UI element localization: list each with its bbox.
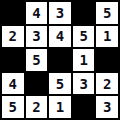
cell-digit: 3 bbox=[79, 77, 87, 91]
cell-digit: 2 bbox=[32, 100, 40, 114]
cell-digit: 5 bbox=[9, 100, 17, 114]
blocked-cell-r3c5 bbox=[96, 49, 118, 71]
grid-cell-r2c2[interactable]: 3 bbox=[26, 26, 48, 48]
grid-cell-r2c5[interactable]: 1 bbox=[96, 26, 118, 48]
cell-digit: 5 bbox=[56, 77, 64, 91]
cell-digit: 3 bbox=[103, 100, 111, 114]
cell-digit: 3 bbox=[56, 6, 64, 20]
grid-cell-r2c1[interactable]: 2 bbox=[2, 26, 24, 48]
cell-digit: 1 bbox=[56, 100, 64, 114]
cell-digit: 5 bbox=[79, 29, 87, 43]
cell-digit: 4 bbox=[32, 6, 40, 20]
grid-cell-r5c1[interactable]: 5 bbox=[2, 96, 24, 118]
grid-cell-r4c1[interactable]: 4 bbox=[2, 73, 24, 95]
cell-digit: 2 bbox=[9, 29, 17, 43]
cell-digit: 1 bbox=[103, 29, 111, 43]
grid-cell-r5c5[interactable]: 3 bbox=[96, 96, 118, 118]
grid-cell-r5c2[interactable]: 2 bbox=[26, 96, 48, 118]
grid-cell-r1c5[interactable]: 5 bbox=[96, 2, 118, 24]
cell-digit: 4 bbox=[56, 29, 64, 43]
grid-cell-r5c3[interactable]: 1 bbox=[49, 96, 71, 118]
grid-cell-r4c5[interactable]: 2 bbox=[96, 73, 118, 95]
puzzle-board: 435234515145325213 bbox=[0, 0, 120, 120]
blocked-cell-r4c2 bbox=[26, 73, 48, 95]
cell-digit: 3 bbox=[32, 29, 40, 43]
blocked-cell-r1c1 bbox=[2, 2, 24, 24]
blocked-cell-r5c4 bbox=[73, 96, 95, 118]
grid-cell-r4c4[interactable]: 3 bbox=[73, 73, 95, 95]
grid-cell-r2c4[interactable]: 5 bbox=[73, 26, 95, 48]
cell-digit: 5 bbox=[103, 6, 111, 20]
grid-cell-r2c3[interactable]: 4 bbox=[49, 26, 71, 48]
grid-cell-r4c3[interactable]: 5 bbox=[49, 73, 71, 95]
cell-digit: 2 bbox=[103, 77, 111, 91]
blocked-cell-r1c4 bbox=[73, 2, 95, 24]
grid-cell-r1c2[interactable]: 4 bbox=[26, 2, 48, 24]
blocked-cell-r3c1 bbox=[2, 49, 24, 71]
cell-digit: 4 bbox=[9, 77, 17, 91]
blocked-cell-r3c3 bbox=[49, 49, 71, 71]
cell-digit: 5 bbox=[32, 53, 40, 67]
cell-digit: 1 bbox=[79, 53, 87, 67]
grid-cell-r1c3[interactable]: 3 bbox=[49, 2, 71, 24]
grid-cell-r3c2[interactable]: 5 bbox=[26, 49, 48, 71]
grid-cell-r3c4[interactable]: 1 bbox=[73, 49, 95, 71]
